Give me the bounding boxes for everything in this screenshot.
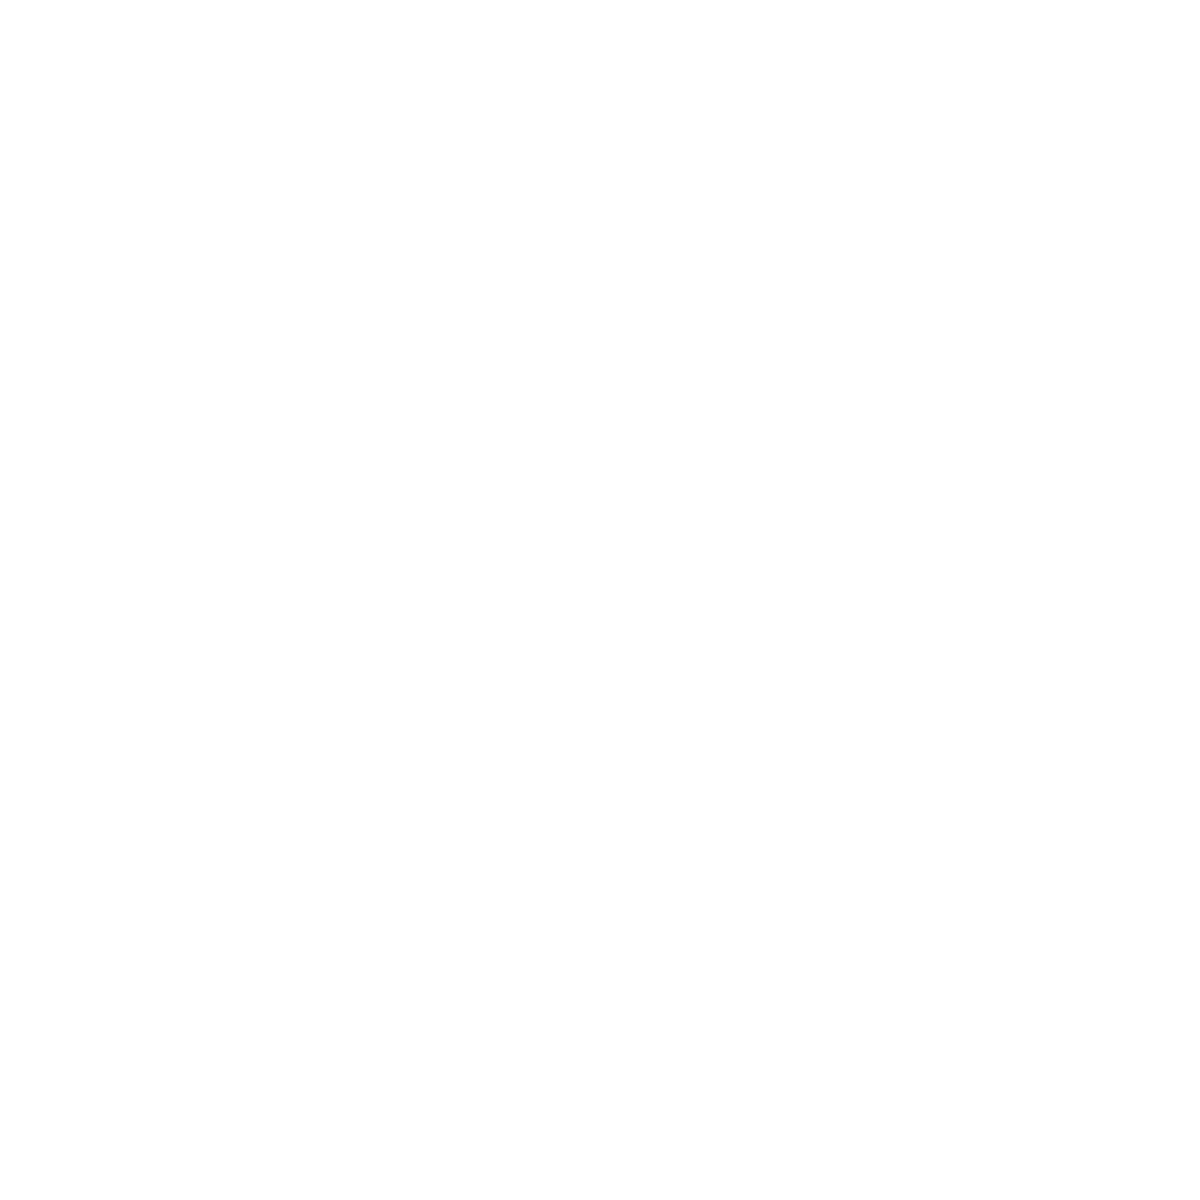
board-scene [0,0,1200,1200]
chess-set-product-photo [0,0,1200,1200]
